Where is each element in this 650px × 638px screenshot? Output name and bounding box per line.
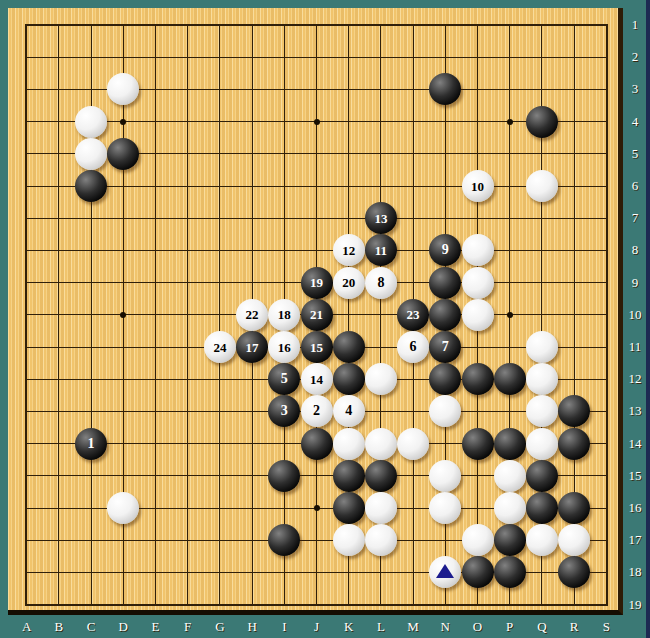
stone-P12[interactable]	[494, 363, 526, 395]
column-label-M: M	[403, 619, 423, 635]
row-label-16: 16	[621, 500, 649, 516]
window-edge	[646, 0, 650, 638]
stone-Q17[interactable]	[526, 524, 558, 556]
stone-Q12[interactable]	[526, 363, 558, 395]
stone-N9[interactable]	[429, 267, 461, 299]
stone-O14[interactable]	[462, 428, 494, 460]
stone-J13[interactable]: 2	[301, 395, 333, 427]
column-label-S: S	[596, 619, 616, 635]
move-number: 17	[246, 341, 259, 354]
column-label-F: F	[178, 619, 198, 635]
move-number: 13	[374, 212, 387, 225]
star-point	[507, 119, 513, 125]
stone-M11[interactable]: 6	[397, 331, 429, 363]
column-label-K: K	[339, 619, 359, 635]
stone-J12[interactable]: 14	[301, 363, 333, 395]
move-number: 7	[442, 340, 449, 354]
stone-K11[interactable]	[333, 331, 365, 363]
column-label-H: H	[242, 619, 262, 635]
row-label-17: 17	[621, 532, 649, 548]
move-number: 19	[310, 276, 323, 289]
stone-K13[interactable]: 4	[333, 395, 365, 427]
stone-K17[interactable]	[333, 524, 365, 556]
stone-L17[interactable]	[365, 524, 397, 556]
column-label-G: G	[210, 619, 230, 635]
stone-R14[interactable]	[558, 428, 590, 460]
move-number: 10	[471, 180, 484, 193]
stone-L12[interactable]	[365, 363, 397, 395]
stone-Q14[interactable]	[526, 428, 558, 460]
column-label-J: J	[307, 619, 327, 635]
stone-Q6[interactable]	[526, 170, 558, 202]
column-label-O: O	[468, 619, 488, 635]
stone-K16[interactable]	[333, 492, 365, 524]
column-label-P: P	[500, 619, 520, 635]
star-point	[507, 312, 513, 318]
column-label-A: A	[17, 619, 37, 635]
stone-K9[interactable]: 20	[333, 267, 365, 299]
stone-L14[interactable]	[365, 428, 397, 460]
stone-P16[interactable]	[494, 492, 526, 524]
move-number: 8	[377, 276, 384, 290]
row-label-10: 10	[621, 307, 649, 323]
stone-M14[interactable]	[397, 428, 429, 460]
row-label-13: 13	[621, 403, 649, 419]
stone-K8[interactable]: 12	[333, 234, 365, 266]
stone-O8[interactable]	[462, 234, 494, 266]
move-number: 20	[342, 276, 355, 289]
stone-C5[interactable]	[75, 138, 107, 170]
row-label-15: 15	[621, 468, 649, 484]
row-label-2: 2	[621, 49, 649, 65]
move-number: 22	[246, 308, 259, 321]
move-number: 3	[281, 404, 288, 418]
row-label-5: 5	[621, 146, 649, 162]
stone-M10[interactable]: 23	[397, 299, 429, 331]
stone-O17[interactable]	[462, 524, 494, 556]
column-label-L: L	[371, 619, 391, 635]
stone-O10[interactable]	[462, 299, 494, 331]
stone-D5[interactable]	[107, 138, 139, 170]
move-number: 2	[313, 404, 320, 418]
row-label-4: 4	[621, 114, 649, 130]
stone-Q11[interactable]	[526, 331, 558, 363]
stone-G11[interactable]: 24	[204, 331, 236, 363]
move-number: 11	[375, 244, 387, 257]
stone-P14[interactable]	[494, 428, 526, 460]
stone-L15[interactable]	[365, 460, 397, 492]
stone-I10[interactable]: 18	[268, 299, 300, 331]
star-point	[314, 119, 320, 125]
stone-P18[interactable]	[494, 556, 526, 588]
column-label-C: C	[81, 619, 101, 635]
stone-O6[interactable]: 10	[462, 170, 494, 202]
stone-L16[interactable]	[365, 492, 397, 524]
stone-L9[interactable]: 8	[365, 267, 397, 299]
stone-O9[interactable]	[462, 267, 494, 299]
stone-R16[interactable]	[558, 492, 590, 524]
move-number: 18	[278, 308, 291, 321]
stone-Q15[interactable]	[526, 460, 558, 492]
stone-K14[interactable]	[333, 428, 365, 460]
stone-P17[interactable]	[494, 524, 526, 556]
move-number: 5	[281, 372, 288, 386]
stone-K15[interactable]	[333, 460, 365, 492]
stone-C6[interactable]	[75, 170, 107, 202]
row-label-8: 8	[621, 242, 649, 258]
row-label-9: 9	[621, 275, 649, 291]
stone-L7[interactable]: 13	[365, 202, 397, 234]
stone-H10[interactable]: 22	[236, 299, 268, 331]
move-number: 12	[342, 244, 355, 257]
column-label-R: R	[564, 619, 584, 635]
row-label-19: 19	[621, 597, 649, 613]
stone-N15[interactable]	[429, 460, 461, 492]
row-label-12: 12	[621, 371, 649, 387]
stone-K12[interactable]	[333, 363, 365, 395]
stone-P15[interactable]	[494, 460, 526, 492]
stone-N10[interactable]	[429, 299, 461, 331]
row-label-1: 1	[621, 17, 649, 33]
move-number: 9	[442, 243, 449, 257]
row-label-3: 3	[621, 81, 649, 97]
column-label-N: N	[435, 619, 455, 635]
move-number: 4	[345, 404, 352, 418]
column-label-D: D	[113, 619, 133, 635]
star-point	[120, 119, 126, 125]
column-label-B: B	[49, 619, 69, 635]
row-label-6: 6	[621, 178, 649, 194]
move-number: 15	[310, 341, 323, 354]
goban-board[interactable]: 101312119192082218212324171615675143241	[8, 8, 623, 615]
star-point	[314, 505, 320, 511]
column-label-E: E	[146, 619, 166, 635]
move-number: 16	[278, 341, 291, 354]
move-number: 14	[310, 373, 323, 386]
move-number: 24	[213, 341, 226, 354]
stone-J9[interactable]: 19	[301, 267, 333, 299]
stone-C4[interactable]	[75, 106, 107, 138]
stone-Q4[interactable]	[526, 106, 558, 138]
row-label-18: 18	[621, 564, 649, 580]
move-number: 1	[88, 437, 95, 451]
column-label-I: I	[274, 619, 294, 635]
go-board-screenshot: 101312119192082218212324171615675143241 …	[0, 0, 650, 638]
stone-J14[interactable]	[301, 428, 333, 460]
stone-O12[interactable]	[462, 363, 494, 395]
stone-J10[interactable]: 21	[301, 299, 333, 331]
stone-C14[interactable]: 1	[75, 428, 107, 460]
move-number: 21	[310, 308, 323, 321]
stone-J11[interactable]: 15	[301, 331, 333, 363]
row-label-11: 11	[621, 339, 649, 355]
stone-I15[interactable]	[268, 460, 300, 492]
row-label-7: 7	[621, 210, 649, 226]
stone-O18[interactable]	[462, 556, 494, 588]
column-label-Q: Q	[532, 619, 552, 635]
move-number: 23	[407, 308, 420, 321]
row-label-14: 14	[621, 436, 649, 452]
stone-H11[interactable]: 17	[236, 331, 268, 363]
stone-Q16[interactable]	[526, 492, 558, 524]
move-number: 6	[410, 340, 417, 354]
triangle-marker-icon	[436, 564, 454, 578]
